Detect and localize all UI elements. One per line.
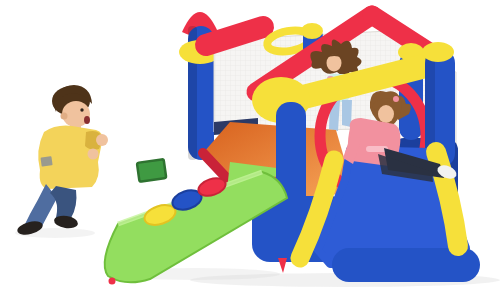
scene-root bbox=[0, 0, 500, 291]
ramp-tab bbox=[109, 278, 116, 285]
boy-fist-front bbox=[96, 134, 108, 146]
running-boy bbox=[16, 85, 108, 237]
girl2-hairband bbox=[393, 96, 399, 102]
boy-mouth bbox=[84, 116, 90, 124]
roof-support-cap bbox=[301, 23, 323, 39]
bean-bag-body bbox=[137, 159, 166, 182]
product-photo-bounce-house bbox=[0, 0, 500, 291]
girl1-face bbox=[327, 55, 342, 72]
deflate-tab bbox=[278, 258, 287, 273]
girl2-face bbox=[378, 105, 394, 123]
boy-ear bbox=[61, 113, 68, 120]
right-front-cap bbox=[422, 42, 454, 62]
boy-fist-back bbox=[88, 149, 99, 160]
boy-eye bbox=[80, 108, 83, 111]
bean-bag bbox=[137, 159, 166, 182]
boy-shirt-label bbox=[40, 156, 52, 166]
